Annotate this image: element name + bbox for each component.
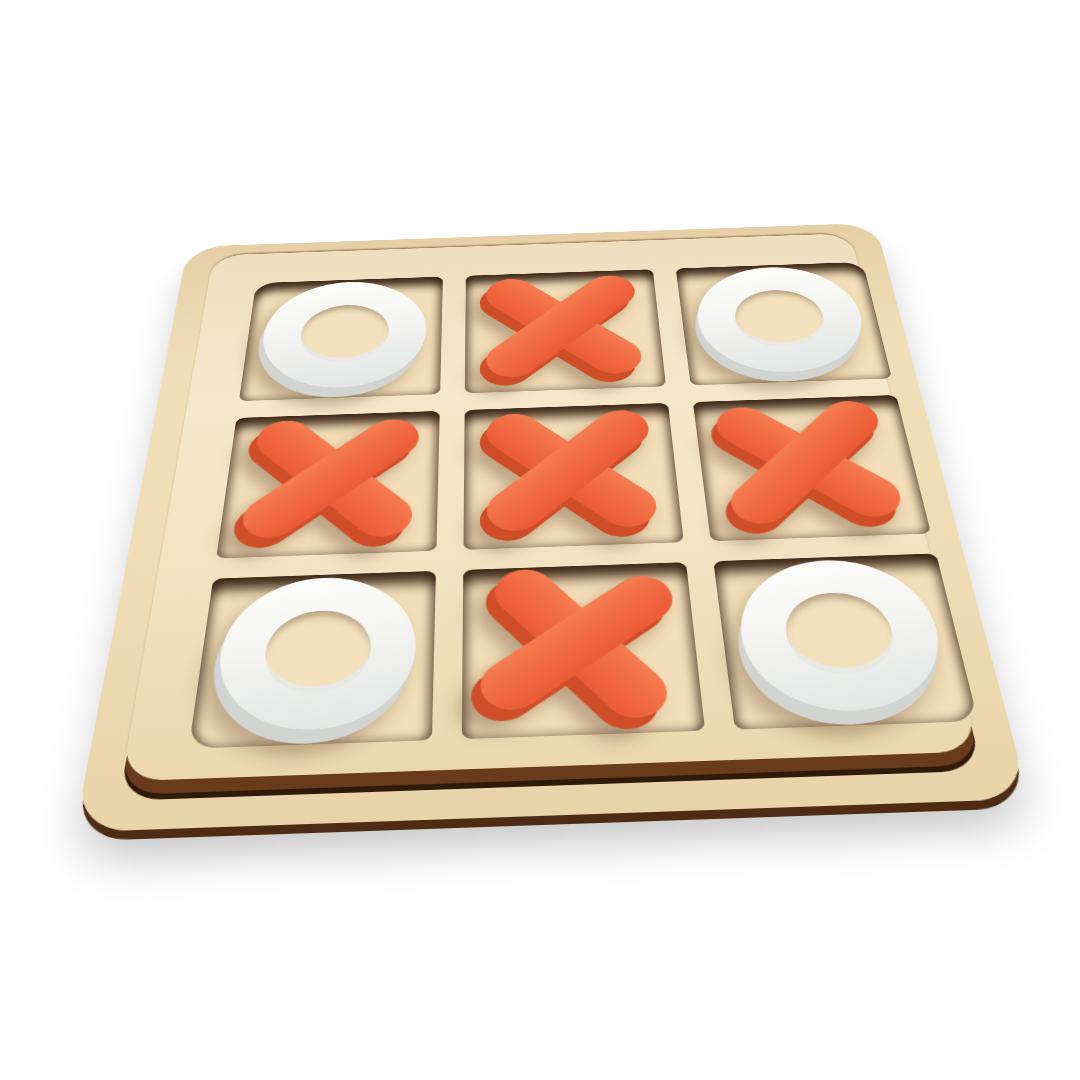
cell-r2-c1 [216, 411, 440, 559]
o-piece [256, 279, 427, 390]
board-perspective-wrapper [74, 223, 1029, 832]
x-piece [213, 404, 444, 556]
x-piece [465, 262, 666, 394]
cell-r3-c1 [189, 571, 436, 749]
cell-r2-c2 [463, 403, 683, 550]
o-piece [691, 265, 873, 375]
cell-r1-c3 [676, 262, 892, 385]
cell-r3-c3 [713, 553, 978, 729]
product-photo-stage [0, 0, 1080, 1080]
x-piece [448, 549, 699, 742]
cell-r1-c1 [239, 277, 443, 402]
x-piece [463, 394, 683, 550]
board-grid-layer [121, 233, 979, 781]
x-piece [689, 384, 935, 544]
cell-r2-c3 [693, 395, 931, 541]
tic-tac-toe-grid [192, 264, 905, 728]
o-piece [732, 557, 956, 714]
o-piece [210, 575, 418, 733]
cell-r1-c2 [465, 269, 666, 393]
cell-r3-c2 [462, 562, 705, 739]
